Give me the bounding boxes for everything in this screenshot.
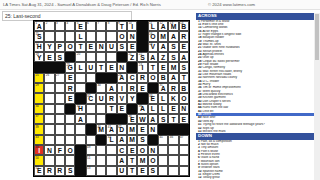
grid-cell[interactable]: M: [137, 155, 147, 165]
grid-cell[interactable]: A: [158, 42, 168, 52]
cell-letter: A: [119, 157, 124, 165]
grid-cell[interactable]: [158, 166, 168, 176]
grid-cell[interactable]: [86, 104, 96, 114]
grid-cell[interactable]: [44, 83, 54, 93]
grid-cell[interactable]: [55, 31, 65, 41]
grid-cell[interactable]: [158, 155, 168, 165]
grid-cell[interactable]: 18V: [148, 42, 158, 52]
cell-number: 43: [35, 136, 38, 139]
cell-letter: O: [68, 147, 73, 155]
grid-cell[interactable]: [65, 31, 75, 41]
grid-cell[interactable]: E: [137, 166, 147, 176]
grid-cell[interactable]: P: [55, 42, 65, 52]
cell-letter: R: [109, 95, 114, 103]
cell-letter: C: [130, 74, 135, 82]
cell-letter: S: [151, 167, 156, 175]
grid-cell[interactable]: 16O: [148, 31, 158, 41]
cell-number: 28: [118, 74, 121, 77]
cell-number: 52: [35, 167, 38, 170]
grid-cell[interactable]: 1A: [34, 21, 44, 31]
grid-cell[interactable]: [44, 93, 54, 103]
grid-cell[interactable]: U: [106, 42, 116, 52]
grid-cell[interactable]: E: [86, 42, 96, 52]
grid-cell[interactable]: 23G: [65, 62, 75, 72]
grid-cell[interactable]: 44L: [106, 135, 116, 145]
scrollbar-thumb[interactable]: [315, 14, 319, 60]
grid-cell[interactable]: E: [179, 114, 189, 124]
grid-cell[interactable]: [55, 104, 65, 114]
cell-letter: R: [68, 85, 73, 93]
cell-letter: T: [120, 23, 124, 31]
cell-letter: R: [57, 167, 62, 175]
grid-cell[interactable]: 47: [179, 135, 189, 145]
cell-number: 32: [87, 95, 90, 98]
grid-cell[interactable]: R: [65, 83, 75, 93]
grid-cell: [117, 52, 127, 62]
cell-letter: S: [171, 54, 176, 62]
grid-cell[interactable]: U: [96, 93, 106, 103]
grid-cell[interactable]: E: [44, 52, 54, 62]
grid-cell[interactable]: S: [137, 135, 147, 145]
grid-cell[interactable]: E: [117, 104, 127, 114]
grid-cell[interactable]: [75, 83, 85, 93]
grid-cell[interactable]: [44, 114, 54, 124]
cell-number: 19: [35, 53, 38, 56]
grid-cell[interactable]: A: [148, 52, 158, 62]
cell-letter: A: [171, 33, 176, 41]
cell-letter: O: [181, 95, 186, 103]
cell-letter: E: [89, 43, 94, 51]
grid-cell[interactable]: S: [55, 52, 65, 62]
clue-scrollbar[interactable]: [314, 13, 320, 180]
grid-cell: [55, 62, 65, 72]
grid-cell[interactable]: [55, 93, 65, 103]
grid-cell[interactable]: U: [117, 166, 127, 176]
grid-cell[interactable]: 51: [86, 155, 96, 165]
grid-cell[interactable]: E: [158, 62, 168, 72]
cell-number: 39: [35, 126, 38, 129]
grid-cell[interactable]: [96, 31, 106, 41]
cell-letter: B: [181, 85, 186, 93]
grid-cell[interactable]: 19Y: [34, 52, 44, 62]
grid-cell[interactable]: 4: [65, 21, 75, 31]
grid-cell[interactable]: [55, 124, 65, 134]
cell-letter: N: [119, 64, 124, 72]
grid-cell[interactable]: [55, 135, 65, 145]
grid-cell[interactable]: 42D: [117, 124, 127, 134]
cell-number: 3: [56, 22, 58, 25]
grid-cell[interactable]: 34: [34, 104, 44, 114]
cell-number: 41: [108, 126, 111, 129]
cell-letter: M: [140, 157, 146, 165]
cell-letter: E: [68, 74, 73, 82]
grid-cell[interactable]: S: [168, 42, 178, 52]
cell-letter: Y: [130, 95, 135, 103]
grid-cell[interactable]: S: [148, 166, 158, 176]
grid-cell[interactable]: 39: [34, 124, 44, 134]
clue-panel[interactable]: ACROSS 1 Performer in a show11 Ewe's lit…: [196, 13, 314, 180]
grid-cell[interactable]: E: [65, 93, 75, 103]
grid-cell[interactable]: 3: [55, 21, 65, 31]
cell-number: 45: [159, 136, 162, 139]
grid-cell[interactable]: B: [158, 73, 168, 83]
grid-cell[interactable]: M: [127, 135, 137, 145]
grid-cell[interactable]: E: [65, 73, 75, 83]
grid-cell[interactable]: [158, 145, 168, 155]
grid-cell[interactable]: [168, 166, 178, 176]
grid-cell[interactable]: O: [148, 73, 158, 83]
grid-cell[interactable]: 43: [34, 135, 44, 145]
cell-letter: A: [78, 116, 83, 124]
grid-cell[interactable]: T: [75, 42, 85, 52]
cell-letter: A: [171, 74, 176, 82]
grid-cell[interactable]: E: [106, 62, 116, 72]
grid-cell[interactable]: 13M: [168, 21, 178, 31]
grid-cell[interactable]: 37: [34, 114, 44, 124]
grid-cell[interactable]: R: [44, 166, 54, 176]
cell-letter: M: [129, 126, 135, 134]
grid-cell[interactable]: [106, 155, 116, 165]
grid-cell[interactable]: 10I: [127, 21, 137, 31]
cell-letter: C: [119, 147, 124, 155]
grid-cell[interactable]: 15S: [34, 31, 44, 41]
cell-number: 18: [149, 43, 152, 46]
cell-number: 15: [35, 33, 38, 36]
grid-cell[interactable]: 24I: [137, 62, 147, 72]
grid-cell[interactable]: F: [55, 145, 65, 155]
grid-cell[interactable]: Z: [158, 52, 168, 62]
cell-letter: L: [78, 64, 82, 72]
grid-cell[interactable]: 29: [34, 83, 44, 93]
cell-letter: S: [161, 116, 166, 124]
grid-cell[interactable]: K: [168, 93, 178, 103]
grid-cell[interactable]: S: [117, 42, 127, 52]
grid-cell[interactable]: E: [168, 104, 178, 114]
grid-cell: [168, 124, 178, 134]
grid-cell[interactable]: 14B: [179, 21, 189, 31]
grid-cell[interactable]: [55, 155, 65, 165]
grid-cell[interactable]: O: [117, 31, 127, 41]
grid-cell[interactable]: A: [148, 114, 158, 124]
grid-cell[interactable]: A: [179, 52, 189, 62]
grid-cell[interactable]: O: [179, 93, 189, 103]
cell-letter: T: [99, 64, 103, 72]
grid-cell: [86, 83, 96, 93]
grid-cell[interactable]: L: [158, 104, 168, 114]
grid-cell[interactable]: N: [127, 31, 137, 41]
grid-cell[interactable]: 21Z: [127, 52, 137, 62]
grid-cell[interactable]: 49: [86, 145, 96, 155]
cell-letter: T: [130, 157, 134, 165]
grid-cell[interactable]: L: [75, 31, 85, 41]
grid-cell[interactable]: [65, 135, 75, 145]
grid-cell[interactable]: [55, 83, 65, 93]
grid-cell[interactable]: 50: [34, 155, 44, 165]
grid-cell[interactable]: [96, 114, 106, 124]
grid-cell[interactable]: [34, 93, 44, 103]
grid-cell[interactable]: T: [106, 104, 116, 114]
grid-cell[interactable]: Y: [127, 93, 137, 103]
cell-letter: V: [120, 95, 125, 103]
grid-cell[interactable]: 2: [44, 21, 54, 31]
grid-cell[interactable]: [44, 104, 54, 114]
grid-cell[interactable]: V: [117, 93, 127, 103]
cell-letter: E: [120, 105, 125, 113]
grid-cell: [179, 124, 189, 134]
grid-cell[interactable]: T: [179, 73, 189, 83]
grid-cell[interactable]: N: [148, 145, 158, 155]
cell-number: 47: [180, 136, 183, 139]
grid-cell[interactable]: [55, 114, 65, 124]
grid-cell: [148, 83, 158, 93]
cell-letter: E: [140, 167, 145, 175]
grid-cell[interactable]: [96, 145, 106, 155]
cell-number: 36: [139, 105, 142, 108]
grid-cell[interactable]: T: [168, 114, 178, 124]
grid-cell[interactable]: E: [137, 83, 147, 93]
grid-cell[interactable]: M: [127, 124, 137, 134]
cell-letter: I: [121, 85, 123, 93]
grid-cell[interactable]: 5E: [75, 21, 85, 31]
crossword-grid[interactable]: 1A2345E6789T10I11L12A13M14B15SLON16OMAR1…: [33, 20, 190, 177]
grid-cell[interactable]: A: [168, 73, 178, 83]
cell-letter: E: [130, 147, 135, 155]
grid-cell[interactable]: E: [127, 145, 137, 155]
grid-cell[interactable]: [86, 114, 96, 124]
grid-cell: [75, 93, 85, 103]
grid-cell: [65, 52, 75, 62]
grid-cell[interactable]: [106, 31, 116, 41]
grid-cell[interactable]: C: [117, 145, 127, 155]
grid-cell: [106, 114, 116, 124]
grid-cell[interactable]: T: [148, 62, 158, 72]
grid-cell[interactable]: E: [127, 42, 137, 52]
cell-letter: O: [150, 157, 155, 165]
grid-cell[interactable]: 35H: [75, 104, 85, 114]
grid-cell[interactable]: R: [55, 166, 65, 176]
grid-cell[interactable]: 17H: [34, 42, 44, 52]
cell-letter: E: [78, 23, 83, 31]
grid-cell[interactable]: 31A: [158, 83, 168, 93]
grid-cell: [65, 104, 75, 114]
grid-cell[interactable]: [75, 73, 85, 83]
grid-cell[interactable]: [179, 145, 189, 155]
grid-cell[interactable]: A: [117, 155, 127, 165]
cell-number: 16: [149, 33, 152, 36]
grid-cell[interactable]: 26: [44, 73, 54, 83]
grid-cell[interactable]: W: [137, 114, 147, 124]
cell-letter: L: [161, 95, 165, 103]
grid-cell: [137, 42, 147, 52]
cell-letter: T: [130, 167, 134, 175]
grid-cell[interactable]: M: [158, 31, 168, 41]
grid-cell[interactable]: [65, 114, 75, 124]
grid-cell[interactable]: A: [75, 114, 85, 124]
grid-cell[interactable]: T: [96, 62, 106, 72]
grid-cell[interactable]: [44, 135, 54, 145]
grid-cell[interactable]: [44, 155, 54, 165]
grid-cell[interactable]: Y: [44, 42, 54, 52]
grid-cell[interactable]: 28A: [117, 73, 127, 83]
grid-cell[interactable]: A: [117, 135, 127, 145]
cell-letter: R: [171, 85, 176, 93]
grid-cell[interactable]: [96, 166, 106, 176]
cell-letter: R: [140, 74, 145, 82]
cell-letter: T: [171, 116, 175, 124]
cell-letter: L: [78, 33, 82, 41]
grid-cell[interactable]: 45: [158, 135, 168, 145]
cell-letter: A: [109, 85, 114, 93]
grid-cell[interactable]: 32C: [86, 93, 96, 103]
grid-cell[interactable]: 22S: [137, 52, 147, 62]
grid-cell[interactable]: [106, 166, 116, 176]
grid-cell[interactable]: O: [137, 145, 147, 155]
grid-cell[interactable]: E: [137, 124, 147, 134]
grid-cell: [44, 62, 54, 72]
grid-cell[interactable]: 36A: [137, 104, 147, 114]
grid-cell[interactable]: 9T: [117, 21, 127, 31]
cell-number: 53: [87, 167, 90, 170]
grid-cell[interactable]: [179, 166, 189, 176]
grid-cell[interactable]: [75, 135, 85, 145]
grid-cell[interactable]: L: [148, 104, 158, 114]
grid-cell: [117, 114, 127, 124]
grid-cell[interactable]: 46: [168, 135, 178, 145]
grid-cell[interactable]: S: [158, 114, 168, 124]
cell-letter: E: [182, 116, 187, 124]
grid-cell[interactable]: [106, 145, 116, 155]
grid-cell[interactable]: B: [179, 83, 189, 93]
grid-cell[interactable]: 12A: [158, 21, 168, 31]
grid-cell[interactable]: 7: [96, 21, 106, 31]
grid-cell[interactable]: L: [158, 93, 168, 103]
grid-cell: [96, 135, 106, 145]
grid-cell[interactable]: A: [168, 31, 178, 41]
down-clue-list[interactable]: 1 Pale, as a complexion2 Not so much3 Ti…: [196, 140, 314, 180]
cell-number: 25: [35, 74, 38, 77]
grid-cell[interactable]: 8: [106, 21, 116, 31]
grid-cell[interactable]: R: [106, 93, 116, 103]
grid-cell[interactable]: [86, 135, 96, 145]
grid-cell[interactable]: A: [106, 83, 116, 93]
grid-cell[interactable]: 27: [55, 73, 65, 83]
cell-number: 23: [66, 64, 69, 67]
grid-cell[interactable]: L: [75, 62, 85, 72]
grid-cell[interactable]: N: [44, 145, 54, 155]
grid-cell[interactable]: U: [86, 62, 96, 72]
grid-cell[interactable]: S: [179, 62, 189, 72]
cell-number: 42: [118, 126, 121, 129]
grid-cell[interactable]: 20: [75, 52, 85, 62]
grid-cell[interactable]: 6: [86, 21, 96, 31]
grid-cell[interactable]: 48I: [34, 145, 44, 155]
grid-cell[interactable]: R: [127, 83, 137, 93]
cell-number: 11: [149, 22, 152, 25]
cell-number: 29: [35, 84, 38, 87]
grid-cell[interactable]: [86, 73, 96, 83]
cell-letter: S: [140, 136, 145, 144]
grid-cell[interactable]: N: [96, 42, 106, 52]
grid-cell[interactable]: 40M: [96, 124, 106, 134]
cell-number: 24: [139, 64, 142, 67]
cell-number: 17: [35, 43, 38, 46]
grid-cell[interactable]: [86, 52, 96, 62]
grid-cell[interactable]: N: [117, 62, 127, 72]
cell-letter: S: [120, 43, 125, 51]
grid-cell[interactable]: 53: [86, 166, 96, 176]
cell-number: 31: [159, 84, 162, 87]
cell-number: 20: [77, 53, 80, 56]
grid-cell[interactable]: [96, 155, 106, 165]
grid-cell[interactable]: T: [127, 166, 137, 176]
across-clue-list[interactable]: 1 Performer in a show11 Ewe's little one…: [196, 20, 314, 134]
grid-cell[interactable]: M: [168, 62, 178, 72]
cell-letter: E: [171, 105, 176, 113]
grid-cell[interactable]: O: [65, 42, 75, 52]
grid-cell[interactable]: [65, 124, 75, 134]
title-bar: LA Times Sat Aug 31, 2024 - Samuel A Don…: [0, 0, 320, 10]
clue-item[interactable]: 12 Totally great: [196, 176, 314, 179]
cell-letter: E: [47, 54, 52, 62]
grid-cell[interactable]: [75, 124, 85, 134]
grid-cell[interactable]: 52E: [34, 166, 44, 176]
grid-cell[interactable]: C: [127, 73, 137, 83]
grid-cell[interactable]: O: [148, 155, 158, 165]
cell-letter: E: [161, 64, 166, 72]
cell-letter: E: [68, 95, 73, 103]
grid-cell[interactable]: 25: [34, 73, 44, 83]
grid-cell[interactable]: [86, 31, 96, 41]
grid-cell[interactable]: T: [127, 155, 137, 165]
grid-cell[interactable]: 41A: [106, 124, 116, 134]
cell-number: 8: [108, 22, 110, 25]
grid-cell[interactable]: N: [179, 104, 189, 114]
cell-number: 44: [108, 136, 111, 139]
grid-cell[interactable]: S: [65, 166, 75, 176]
cell-number: 51: [87, 157, 90, 160]
grid-cell[interactable]: R: [168, 83, 178, 93]
cell-letter: A: [150, 54, 155, 62]
grid-cell[interactable]: 30: [96, 83, 106, 93]
grid-cell[interactable]: 38E: [127, 114, 137, 124]
grid-cell: [137, 31, 147, 41]
grid-cell[interactable]: [168, 145, 178, 155]
grid-cell[interactable]: [106, 52, 116, 62]
grid-cell[interactable]: N: [148, 124, 158, 134]
grid-cell[interactable]: [168, 155, 178, 165]
grid-cell[interactable]: [96, 52, 106, 62]
grid-cell[interactable]: R: [137, 73, 147, 83]
grid-cell[interactable]: I: [117, 83, 127, 93]
grid-cell[interactable]: O: [65, 145, 75, 155]
grid-cell: [106, 73, 116, 83]
copyright-text: © 2024 www.latimes.com: [208, 2, 255, 7]
cell-letter: O: [119, 33, 124, 41]
grid-cell: [127, 104, 137, 114]
grid-cell[interactable]: R: [179, 31, 189, 41]
cell-number: 27: [56, 74, 59, 77]
grid-cell[interactable]: [65, 155, 75, 165]
cell-letter: R: [130, 85, 135, 93]
grid-cell[interactable]: S: [168, 52, 178, 62]
grid-cell[interactable]: E: [179, 42, 189, 52]
grid-cell[interactable]: [179, 155, 189, 165]
grid-cell[interactable]: 33E: [148, 93, 158, 103]
grid-cell[interactable]: [44, 124, 54, 134]
grid-cell[interactable]: 11L: [148, 21, 158, 31]
grid-cell[interactable]: [44, 31, 54, 41]
grid-cell[interactable]: [96, 104, 106, 114]
